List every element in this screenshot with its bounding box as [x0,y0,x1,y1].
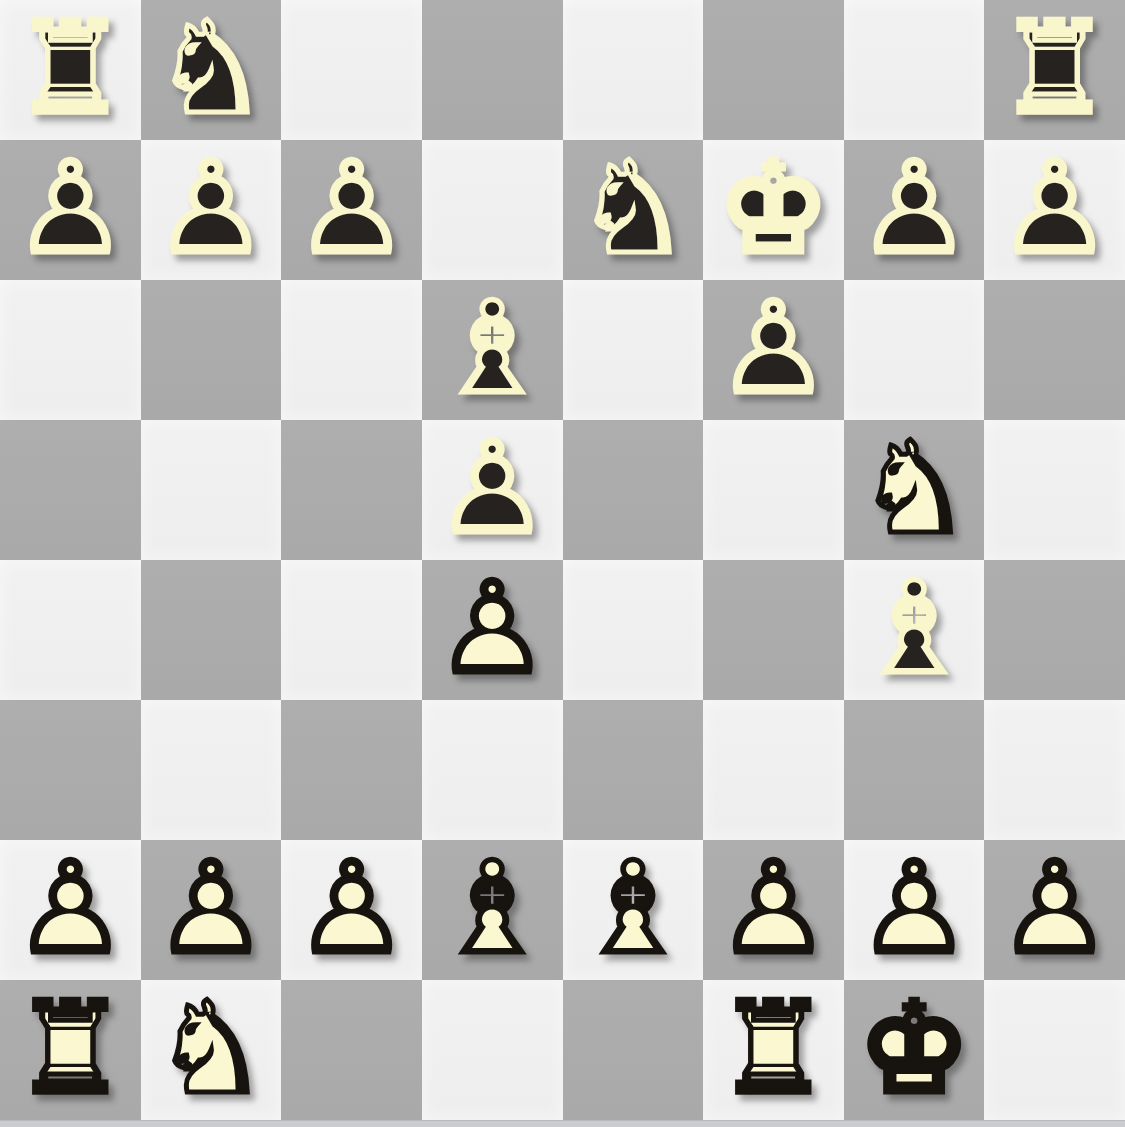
piece-black-bishop[interactable]: ♝♗ [844,560,985,700]
piece-white-pawn[interactable]: ♟♙ [141,840,282,980]
square-a6[interactable] [0,280,141,420]
square-c1[interactable] [281,980,422,1120]
piece-black-pawn[interactable]: ♟♙ [0,140,141,280]
square-g3[interactable] [844,700,985,840]
black-rook-detail-lines: ♖ [13,5,127,132]
piece-black-knight[interactable]: ♞♘ [141,0,282,140]
square-a8[interactable]: ♜♖ [0,0,141,140]
black-pawn-detail-lines: ♙ [998,145,1112,272]
white-rook-detail-lines: ♖ [717,985,831,1112]
white-pawn-detail-lines: ♙ [717,845,831,972]
square-a5[interactable] [0,420,141,560]
piece-black-pawn[interactable]: ♟♙ [703,280,844,420]
square-f2[interactable]: ♟♙ [703,840,844,980]
piece-white-bishop[interactable]: ♝♗ [563,840,704,980]
white-bishop-detail-lines: ♗ [576,845,690,972]
piece-black-pawn[interactable]: ♟♙ [141,140,282,280]
piece-black-pawn[interactable]: ♟♙ [422,420,563,560]
square-d2[interactable]: ♝♗ [422,840,563,980]
square-d8[interactable] [422,0,563,140]
square-g8[interactable] [844,0,985,140]
piece-white-knight[interactable]: ♞♘ [141,980,282,1120]
black-knight-detail-lines: ♘ [154,5,268,132]
square-a1[interactable]: ♜♖ [0,980,141,1120]
square-d7[interactable] [422,140,563,280]
square-g2[interactable]: ♟♙ [844,840,985,980]
piece-black-rook[interactable]: ♜♖ [0,0,141,140]
square-g7[interactable]: ♟♙ [844,140,985,280]
piece-black-rook[interactable]: ♜♖ [984,0,1125,140]
square-d3[interactable] [422,700,563,840]
square-e4[interactable] [563,560,704,700]
piece-white-rook[interactable]: ♜♖ [0,980,141,1120]
white-bishop-detail-lines: ♗ [435,845,549,972]
square-f1[interactable]: ♜♖ [703,980,844,1120]
black-pawn-detail-lines: ♙ [857,145,971,272]
square-h5[interactable] [984,420,1125,560]
piece-white-pawn[interactable]: ♟♙ [703,840,844,980]
square-f3[interactable] [703,700,844,840]
square-h2[interactable]: ♟♙ [984,840,1125,980]
square-c5[interactable] [281,420,422,560]
white-pawn-detail-lines: ♙ [295,845,409,972]
square-b2[interactable]: ♟♙ [141,840,282,980]
white-pawn-detail-lines: ♙ [154,845,268,972]
chess-board: ♜♖♞♘♜♖♟♙♟♙♟♙♞♘♚♔♟♙♟♙♝♗♟♙♟♙♞♘♟♙♝♗♟♙♟♙♟♙♝♗… [0,0,1125,1120]
black-pawn-detail-lines: ♙ [435,425,549,552]
square-f4[interactable] [703,560,844,700]
square-b7[interactable]: ♟♙ [141,140,282,280]
square-e2[interactable]: ♝♗ [563,840,704,980]
piece-black-king[interactable]: ♚♔ [703,140,844,280]
square-h4[interactable] [984,560,1125,700]
square-c7[interactable]: ♟♙ [281,140,422,280]
square-d4[interactable]: ♟♙ [422,560,563,700]
piece-white-pawn[interactable]: ♟♙ [844,840,985,980]
white-rook-detail-lines: ♖ [13,985,127,1112]
piece-black-pawn[interactable]: ♟♙ [844,140,985,280]
square-b3[interactable] [141,700,282,840]
square-g5[interactable]: ♞♘ [844,420,985,560]
white-king-detail-lines: ♔ [857,985,971,1112]
square-c4[interactable] [281,560,422,700]
square-e8[interactable] [563,0,704,140]
square-a3[interactable] [0,700,141,840]
square-f8[interactable] [703,0,844,140]
black-bishop-detail-lines: ♗ [857,565,971,692]
square-f5[interactable] [703,420,844,560]
piece-black-bishop[interactable]: ♝♗ [422,280,563,420]
piece-white-pawn[interactable]: ♟♙ [422,560,563,700]
piece-black-pawn[interactable]: ♟♙ [984,140,1125,280]
white-pawn-detail-lines: ♙ [998,845,1112,972]
black-rook-detail-lines: ♖ [998,5,1112,132]
black-pawn-detail-lines: ♙ [13,145,127,272]
chess-app-window: ♜♖♞♘♜♖♟♙♟♙♟♙♞♘♚♔♟♙♟♙♝♗♟♙♟♙♞♘♟♙♝♗♟♙♟♙♟♙♝♗… [0,0,1125,1127]
square-e5[interactable] [563,420,704,560]
piece-white-pawn[interactable]: ♟♙ [281,840,422,980]
square-d5[interactable]: ♟♙ [422,420,563,560]
piece-white-pawn[interactable]: ♟♙ [0,840,141,980]
black-knight-detail-lines: ♘ [576,145,690,272]
piece-black-pawn[interactable]: ♟♙ [281,140,422,280]
black-pawn-detail-lines: ♙ [154,145,268,272]
square-b4[interactable] [141,560,282,700]
square-c3[interactable] [281,700,422,840]
piece-white-pawn[interactable]: ♟♙ [984,840,1125,980]
black-bishop-detail-lines: ♗ [435,285,549,412]
square-g6[interactable] [844,280,985,420]
square-h3[interactable] [984,700,1125,840]
piece-black-knight[interactable]: ♞♘ [563,140,704,280]
square-f6[interactable]: ♟♙ [703,280,844,420]
square-c2[interactable]: ♟♙ [281,840,422,980]
square-e7[interactable]: ♞♘ [563,140,704,280]
square-e6[interactable] [563,280,704,420]
white-knight-detail-lines: ♘ [857,425,971,552]
square-h8[interactable]: ♜♖ [984,0,1125,140]
piece-white-king[interactable]: ♚♔ [844,980,985,1120]
square-a4[interactable] [0,560,141,700]
square-d6[interactable]: ♝♗ [422,280,563,420]
square-b1[interactable]: ♞♘ [141,980,282,1120]
square-c8[interactable] [281,0,422,140]
black-pawn-detail-lines: ♙ [717,285,831,412]
piece-white-knight[interactable]: ♞♘ [844,420,985,560]
white-pawn-detail-lines: ♙ [857,845,971,972]
square-b5[interactable] [141,420,282,560]
square-g1[interactable]: ♚♔ [844,980,985,1120]
square-e1[interactable] [563,980,704,1120]
square-a7[interactable]: ♟♙ [0,140,141,280]
square-b8[interactable]: ♞♘ [141,0,282,140]
white-knight-detail-lines: ♘ [154,985,268,1112]
black-king-detail-lines: ♔ [717,145,831,272]
square-d1[interactable] [422,980,563,1120]
square-h1[interactable] [984,980,1125,1120]
square-b6[interactable] [141,280,282,420]
square-h6[interactable] [984,280,1125,420]
square-c6[interactable] [281,280,422,420]
white-pawn-detail-lines: ♙ [435,565,549,692]
piece-white-bishop[interactable]: ♝♗ [422,840,563,980]
square-f7[interactable]: ♚♔ [703,140,844,280]
square-e3[interactable] [563,700,704,840]
square-h7[interactable]: ♟♙ [984,140,1125,280]
white-pawn-detail-lines: ♙ [13,845,127,972]
black-pawn-detail-lines: ♙ [295,145,409,272]
square-a2[interactable]: ♟♙ [0,840,141,980]
piece-white-rook[interactable]: ♜♖ [703,980,844,1120]
square-g4[interactable]: ♝♗ [844,560,985,700]
